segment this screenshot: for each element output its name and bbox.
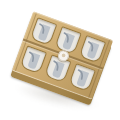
product-photo-scene: [0, 0, 120, 120]
glass-icon: [20, 48, 45, 74]
